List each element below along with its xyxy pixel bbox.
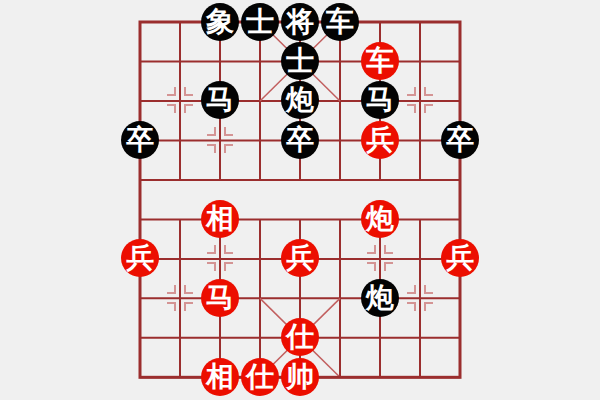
piece-glyph: 相 — [206, 205, 234, 233]
piece-red-pawn[interactable]: 兵 — [361, 121, 399, 159]
piece-black-pawn[interactable]: 卒 — [121, 121, 159, 159]
piece-black-advisor[interactable]: 士 — [281, 42, 319, 80]
point-marker-corner — [224, 245, 233, 254]
piece-glyph: 炮 — [366, 284, 394, 312]
point-marker-corner — [184, 87, 193, 96]
piece-black-chariot[interactable]: 车 — [321, 3, 359, 41]
piece-black-pawn[interactable]: 卒 — [441, 121, 479, 159]
piece-glyph: 兵 — [286, 244, 314, 272]
piece-glyph: 兵 — [446, 244, 474, 272]
point-marker-corner — [167, 285, 176, 294]
piece-red-advisor[interactable]: 仕 — [241, 358, 279, 396]
piece-glyph: 士 — [286, 47, 314, 75]
piece-glyph: 将 — [286, 8, 314, 36]
point-marker-corner — [424, 104, 433, 113]
piece-black-elephant[interactable]: 象 — [201, 3, 239, 41]
point-marker-corner — [207, 127, 216, 136]
piece-red-elephant[interactable]: 相 — [201, 200, 239, 238]
piece-glyph: 卒 — [446, 126, 474, 154]
point-marker — [367, 245, 393, 271]
point-marker-corner — [384, 245, 393, 254]
point-marker-corner — [407, 285, 416, 294]
piece-glyph: 相 — [206, 363, 234, 391]
piece-black-horse[interactable]: 马 — [361, 81, 399, 119]
point-marker-corner — [424, 285, 433, 294]
point-marker-corner — [184, 302, 193, 311]
point-marker-corner — [207, 144, 216, 153]
piece-black-pawn[interactable]: 卒 — [281, 121, 319, 159]
piece-black-general[interactable]: 将 — [281, 3, 319, 41]
piece-red-chariot[interactable]: 车 — [361, 42, 399, 80]
piece-glyph: 卒 — [286, 126, 314, 154]
piece-glyph: 炮 — [286, 86, 314, 114]
piece-glyph: 马 — [366, 86, 394, 114]
point-marker-corner — [224, 262, 233, 271]
piece-glyph: 仕 — [286, 323, 314, 351]
piece-red-pawn[interactable]: 兵 — [121, 239, 159, 277]
point-marker-corner — [224, 127, 233, 136]
piece-red-advisor[interactable]: 仕 — [281, 318, 319, 356]
xiangqi-board: 象士将车士车马炮马卒卒兵卒相炮兵兵兵马炮仕相仕帅 — [140, 22, 460, 377]
piece-glyph: 车 — [366, 47, 394, 75]
point-marker-corner — [184, 285, 193, 294]
piece-glyph: 兵 — [366, 126, 394, 154]
point-marker-corner — [167, 302, 176, 311]
point-marker — [207, 127, 233, 153]
piece-glyph: 卒 — [126, 126, 154, 154]
point-marker-corner — [207, 262, 216, 271]
piece-glyph: 兵 — [126, 244, 154, 272]
piece-glyph: 士 — [246, 8, 274, 36]
point-marker-corner — [184, 104, 193, 113]
point-marker-corner — [224, 144, 233, 153]
piece-red-pawn[interactable]: 兵 — [441, 239, 479, 277]
point-marker-corner — [407, 302, 416, 311]
piece-red-cannon[interactable]: 炮 — [361, 200, 399, 238]
point-marker-corner — [407, 104, 416, 113]
point-marker — [167, 285, 193, 311]
piece-glyph: 象 — [206, 8, 234, 36]
point-marker-corner — [167, 87, 176, 96]
piece-red-general[interactable]: 帅 — [281, 358, 319, 396]
point-marker-corner — [367, 262, 376, 271]
piece-glyph: 仕 — [246, 363, 274, 391]
point-marker-corner — [367, 245, 376, 254]
piece-black-advisor[interactable]: 士 — [241, 3, 279, 41]
piece-black-cannon[interactable]: 炮 — [361, 279, 399, 317]
point-marker-corner — [424, 302, 433, 311]
point-marker-corner — [207, 245, 216, 254]
point-marker-corner — [407, 87, 416, 96]
piece-glyph: 炮 — [366, 205, 394, 233]
point-marker-corner — [167, 104, 176, 113]
piece-glyph: 帅 — [286, 363, 314, 391]
piece-glyph: 车 — [326, 8, 354, 36]
point-marker — [407, 87, 433, 113]
piece-red-pawn[interactable]: 兵 — [281, 239, 319, 277]
piece-glyph: 马 — [206, 284, 234, 312]
point-marker — [207, 245, 233, 271]
piece-red-horse[interactable]: 马 — [201, 279, 239, 317]
piece-red-elephant[interactable]: 相 — [201, 358, 239, 396]
point-marker-corner — [424, 87, 433, 96]
piece-black-cannon[interactable]: 炮 — [281, 81, 319, 119]
piece-glyph: 马 — [206, 86, 234, 114]
point-marker-corner — [384, 262, 393, 271]
point-marker — [167, 87, 193, 113]
piece-black-horse[interactable]: 马 — [201, 81, 239, 119]
point-marker — [407, 285, 433, 311]
